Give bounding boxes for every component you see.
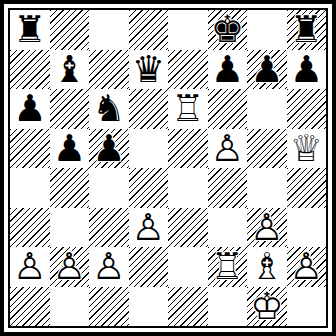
square-b5[interactable]: ♟♟ bbox=[50, 129, 90, 169]
square-b4[interactable] bbox=[50, 168, 90, 208]
square-g5[interactable] bbox=[247, 129, 287, 169]
square-c7[interactable] bbox=[89, 50, 129, 90]
square-f7[interactable]: ♟♟ bbox=[208, 50, 248, 90]
square-f4[interactable] bbox=[208, 168, 248, 208]
square-d6[interactable] bbox=[129, 89, 169, 129]
piece-white-rook: ♜♖ bbox=[168, 89, 208, 129]
square-g2[interactable]: ♝♗ bbox=[247, 247, 287, 287]
piece-white-bishop: ♝♗ bbox=[247, 247, 287, 287]
square-h3[interactable] bbox=[287, 208, 327, 248]
square-d3[interactable]: ♟♙ bbox=[129, 208, 169, 248]
piece-white-pawn: ♟♙ bbox=[129, 208, 169, 248]
square-g8[interactable] bbox=[247, 10, 287, 50]
piece-white-rook: ♜♖ bbox=[208, 247, 248, 287]
piece-black-king: ♚♚ bbox=[208, 10, 248, 50]
piece-black-pawn: ♟♟ bbox=[247, 50, 287, 90]
piece-black-bishop: ♝♝ bbox=[50, 50, 90, 90]
square-d1[interactable] bbox=[129, 287, 169, 327]
chess-board: ♜♜♚♚♜♜♝♝♛♛♟♟♟♟♟♟♟♟♞♞♜♖♟♟♟♟♟♙♛♕♟♙♟♙♟♙♟♙♟♙… bbox=[8, 8, 328, 328]
piece-black-rook: ♜♜ bbox=[10, 10, 50, 50]
square-a4[interactable] bbox=[10, 168, 50, 208]
square-e3[interactable] bbox=[168, 208, 208, 248]
square-d4[interactable] bbox=[129, 168, 169, 208]
piece-white-pawn: ♟♙ bbox=[50, 247, 90, 287]
piece-black-pawn: ♟♟ bbox=[287, 50, 327, 90]
square-f3[interactable] bbox=[208, 208, 248, 248]
square-e8[interactable] bbox=[168, 10, 208, 50]
piece-black-pawn: ♟♟ bbox=[10, 89, 50, 129]
piece-white-pawn: ♟♙ bbox=[208, 129, 248, 169]
piece-black-queen: ♛♛ bbox=[129, 50, 169, 90]
square-g6[interactable] bbox=[247, 89, 287, 129]
square-h5[interactable]: ♛♕ bbox=[287, 129, 327, 169]
piece-white-pawn: ♟♙ bbox=[247, 208, 287, 248]
square-c1[interactable] bbox=[89, 287, 129, 327]
square-f6[interactable] bbox=[208, 89, 248, 129]
square-e2[interactable] bbox=[168, 247, 208, 287]
square-b3[interactable] bbox=[50, 208, 90, 248]
square-d2[interactable] bbox=[129, 247, 169, 287]
piece-black-knight: ♞♞ bbox=[89, 89, 129, 129]
square-h1[interactable] bbox=[287, 287, 327, 327]
piece-white-pawn: ♟♙ bbox=[89, 247, 129, 287]
piece-white-pawn: ♟♙ bbox=[10, 247, 50, 287]
piece-white-pawn: ♟♙ bbox=[287, 247, 327, 287]
square-c2[interactable]: ♟♙ bbox=[89, 247, 129, 287]
square-e5[interactable] bbox=[168, 129, 208, 169]
piece-white-queen: ♛♕ bbox=[287, 129, 327, 169]
piece-black-rook: ♜♜ bbox=[287, 10, 327, 50]
square-h4[interactable] bbox=[287, 168, 327, 208]
square-h7[interactable]: ♟♟ bbox=[287, 50, 327, 90]
square-e1[interactable] bbox=[168, 287, 208, 327]
square-e6[interactable]: ♜♖ bbox=[168, 89, 208, 129]
square-d7[interactable]: ♛♛ bbox=[129, 50, 169, 90]
square-b7[interactable]: ♝♝ bbox=[50, 50, 90, 90]
square-f2[interactable]: ♜♖ bbox=[208, 247, 248, 287]
square-b1[interactable] bbox=[50, 287, 90, 327]
square-d8[interactable] bbox=[129, 10, 169, 50]
square-b8[interactable] bbox=[50, 10, 90, 50]
square-h2[interactable]: ♟♙ bbox=[287, 247, 327, 287]
square-a2[interactable]: ♟♙ bbox=[10, 247, 50, 287]
square-a1[interactable] bbox=[10, 287, 50, 327]
square-a5[interactable] bbox=[10, 129, 50, 169]
diagram-frame: ♜♜♚♚♜♜♝♝♛♛♟♟♟♟♟♟♟♟♞♞♜♖♟♟♟♟♟♙♛♕♟♙♟♙♟♙♟♙♟♙… bbox=[0, 0, 336, 336]
square-c4[interactable] bbox=[89, 168, 129, 208]
square-f8[interactable]: ♚♚ bbox=[208, 10, 248, 50]
square-a6[interactable]: ♟♟ bbox=[10, 89, 50, 129]
square-b2[interactable]: ♟♙ bbox=[50, 247, 90, 287]
piece-black-pawn: ♟♟ bbox=[89, 129, 129, 169]
piece-black-pawn: ♟♟ bbox=[208, 50, 248, 90]
square-g3[interactable]: ♟♙ bbox=[247, 208, 287, 248]
square-g1[interactable]: ♚♔ bbox=[247, 287, 287, 327]
square-e4[interactable] bbox=[168, 168, 208, 208]
square-a3[interactable] bbox=[10, 208, 50, 248]
square-c5[interactable]: ♟♟ bbox=[89, 129, 129, 169]
square-f1[interactable] bbox=[208, 287, 248, 327]
square-g4[interactable] bbox=[247, 168, 287, 208]
piece-white-king: ♚♔ bbox=[247, 287, 287, 327]
square-c8[interactable] bbox=[89, 10, 129, 50]
square-e7[interactable] bbox=[168, 50, 208, 90]
square-a7[interactable] bbox=[10, 50, 50, 90]
square-a8[interactable]: ♜♜ bbox=[10, 10, 50, 50]
square-b6[interactable] bbox=[50, 89, 90, 129]
square-h6[interactable] bbox=[287, 89, 327, 129]
square-h8[interactable]: ♜♜ bbox=[287, 10, 327, 50]
square-f5[interactable]: ♟♙ bbox=[208, 129, 248, 169]
square-d5[interactable] bbox=[129, 129, 169, 169]
square-c3[interactable] bbox=[89, 208, 129, 248]
square-g7[interactable]: ♟♟ bbox=[247, 50, 287, 90]
piece-black-pawn: ♟♟ bbox=[50, 129, 90, 169]
square-c6[interactable]: ♞♞ bbox=[89, 89, 129, 129]
